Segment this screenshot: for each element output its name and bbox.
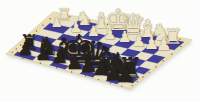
black-pawn-h8[interactable]: ♟	[17, 40, 33, 58]
chess-set-photo: ♟♟♟♟♟♟♟♟♜♞♝♛♚♝♞♜♟♟♟♟♟♟♟♟♜♞♝♛♚♝♞♜	[0, 0, 200, 102]
coordinate-tick	[163, 60, 164, 61]
black-pawn-a8[interactable]: ♟	[114, 62, 135, 86]
coordinate-tick	[148, 71, 149, 72]
coordinate-tick	[12, 52, 13, 53]
black-pawn-g8[interactable]: ♟	[35, 44, 52, 63]
coordinate-tick	[42, 24, 43, 25]
white-pawn-a2[interactable]: ♟	[156, 37, 172, 54]
coordinate-tick	[155, 66, 156, 67]
